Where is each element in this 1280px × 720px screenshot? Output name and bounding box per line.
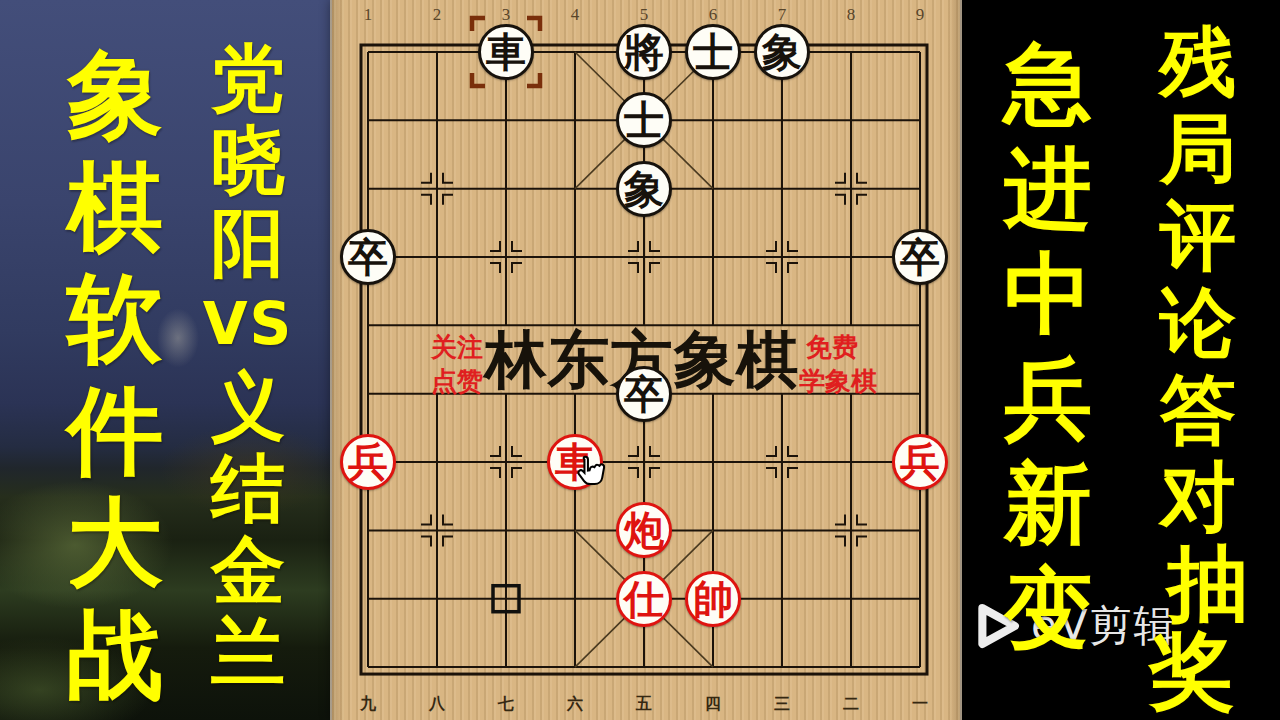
file-label-top: 3 [502,5,511,25]
file-label-bottom: 二 [843,694,859,715]
river-ad-free: 免费 [806,330,858,365]
banner-char: 奖 [1149,628,1234,713]
river-ad-learn: 学象棋 [799,364,877,399]
hand-cursor [571,454,609,496]
file-label-top: 8 [847,5,856,25]
file-label-bottom: 三 [774,694,790,715]
banner-right-title: 残局评论答对抽奖 [1158,24,1238,709]
file-label-bottom: 一 [912,694,928,715]
banner-char: 残 [1160,24,1236,100]
piece-black-general[interactable]: 將 [616,24,672,80]
banner-char: 论 [1160,285,1236,361]
banner-char: 义 [211,369,285,443]
piece-glyph: 帥 [693,579,733,619]
banner-char: 阳 [211,205,285,279]
banner-char: 抽 [1167,543,1249,625]
banner-char: 兵 [1004,355,1092,443]
banner-char: 局 [1160,111,1236,187]
river-ad-follow: 关注 [431,330,483,365]
piece-black-soldier[interactable]: 卒 [340,229,396,285]
banner-left-title: 象棋软件大战 [67,47,163,703]
file-label-top: 7 [778,5,787,25]
banner-char: 急 [1004,40,1092,128]
file-label-top: 4 [571,5,580,25]
video-frame: 象棋软件大战 党晓阳VS义结金兰 急进中兵新变 残局评论答对抽奖 关注 点赞 林… [0,0,1280,720]
file-label-top: 6 [709,5,718,25]
xiangqi-board[interactable]: 关注 点赞 林东方象棋 免费 学象棋 123456789九八七六五四三二一車將士… [330,0,962,720]
banner-right-subtitle: 急进中兵新变 [1004,40,1092,653]
piece-glyph: 炮 [624,510,664,550]
piece-glyph: 車 [486,32,526,72]
piece-glyph: 士 [693,32,733,72]
piece-black-elephant[interactable]: 象 [616,161,672,217]
piece-red-cannon[interactable]: 炮 [616,502,672,558]
banner-char: 结 [211,451,285,525]
file-label-top: 9 [916,5,925,25]
piece-glyph: 象 [624,169,664,209]
banner-char: 金 [211,533,285,607]
banner-char: 棋 [67,159,163,255]
file-label-top: 5 [640,5,649,25]
file-label-bottom: 六 [567,694,583,715]
file-label-top: 1 [364,5,373,25]
piece-glyph: 士 [624,100,664,140]
piece-black-advisor[interactable]: 士 [685,24,741,80]
banner-char: 答 [1160,372,1236,448]
file-label-top: 2 [433,5,442,25]
banner-char: 变 [1004,565,1092,653]
banner-char: 中 [1004,250,1092,338]
piece-red-soldier[interactable]: 兵 [340,434,396,490]
banner-char: 件 [67,383,163,479]
banner-char: 进 [1004,145,1092,233]
piece-red-soldier[interactable]: 兵 [892,434,948,490]
file-label-bottom: 九 [360,694,376,715]
banner-char: 评 [1160,198,1236,274]
piece-black-chariot[interactable]: 車 [478,24,534,80]
piece-red-general[interactable]: 帥 [685,571,741,627]
banner-char: 象 [67,47,163,143]
piece-red-advisor[interactable]: 仕 [616,571,672,627]
piece-glyph: 卒 [348,237,388,277]
piece-glyph: 仕 [624,579,664,619]
banner-left-subtitle: 党晓阳VS义结金兰 [206,41,290,689]
piece-black-soldier[interactable]: 卒 [892,229,948,285]
piece-glyph: 將 [624,32,664,72]
banner-char: 大 [67,495,163,591]
banner-char: 兰 [211,615,285,689]
piece-black-elephant[interactable]: 象 [754,24,810,80]
banner-char: 新 [1004,460,1092,548]
banner-char: 对 [1160,459,1236,535]
banner-char: 晓 [211,123,285,197]
file-label-bottom: 五 [636,694,652,715]
piece-glyph: 卒 [624,374,664,414]
piece-glyph: 兵 [900,442,940,482]
file-label-bottom: 四 [705,694,721,715]
piece-glyph: 兵 [348,442,388,482]
piece-black-advisor[interactable]: 士 [616,92,672,148]
river-ad-like: 点赞 [431,364,483,399]
banner-char: 软 [67,271,163,367]
piece-glyph: 卒 [900,237,940,277]
banner-char: 党 [211,41,285,115]
file-label-bottom: 七 [498,694,514,715]
banner-char: VS [203,287,294,361]
file-label-bottom: 八 [429,694,445,715]
piece-black-soldier[interactable]: 卒 [616,366,672,422]
banner-char: 战 [67,607,163,703]
piece-glyph: 象 [762,32,802,72]
